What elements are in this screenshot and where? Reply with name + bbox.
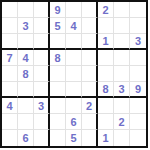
cell-r1c2[interactable] bbox=[18, 2, 34, 18]
cell-r2c1[interactable] bbox=[2, 18, 18, 34]
cell-r1c5[interactable] bbox=[66, 2, 82, 18]
cell-r6c1[interactable] bbox=[2, 82, 18, 98]
cell-r5c1[interactable] bbox=[2, 66, 18, 82]
cell-r3c7: 1 bbox=[98, 34, 114, 50]
cell-r1c4: 9 bbox=[50, 2, 66, 18]
cell-r8c8: 2 bbox=[114, 114, 130, 130]
cell-r9c7: 1 bbox=[98, 130, 114, 146]
cell-r2c8[interactable] bbox=[114, 18, 130, 34]
cell-r6c7: 8 bbox=[98, 82, 114, 98]
cell-r9c1[interactable] bbox=[2, 130, 18, 146]
cell-r7c5[interactable] bbox=[66, 98, 82, 114]
cell-r6c4[interactable] bbox=[50, 82, 66, 98]
cell-r8c5: 6 bbox=[66, 114, 82, 130]
cell-r1c9[interactable] bbox=[130, 2, 146, 18]
cell-r3c9: 3 bbox=[130, 34, 146, 50]
cell-r7c7[interactable] bbox=[98, 98, 114, 114]
cell-r2c3[interactable] bbox=[34, 18, 50, 34]
cell-r7c6: 2 bbox=[82, 98, 98, 114]
cell-r4c9[interactable] bbox=[130, 50, 146, 66]
cell-r1c1[interactable] bbox=[2, 2, 18, 18]
cell-r6c2[interactable] bbox=[18, 82, 34, 98]
cell-r7c9[interactable] bbox=[130, 98, 146, 114]
cell-r3c1[interactable] bbox=[2, 34, 18, 50]
cell-r1c8[interactable] bbox=[114, 2, 130, 18]
cell-r5c6[interactable] bbox=[82, 66, 98, 82]
cell-r7c4[interactable] bbox=[50, 98, 66, 114]
cell-r5c5[interactable] bbox=[66, 66, 82, 82]
cell-r6c9: 9 bbox=[130, 82, 146, 98]
cell-r9c4[interactable] bbox=[50, 130, 66, 146]
cell-r4c6[interactable] bbox=[82, 50, 98, 66]
cell-r6c3[interactable] bbox=[34, 82, 50, 98]
cell-r1c6[interactable] bbox=[82, 2, 98, 18]
cell-r4c3[interactable] bbox=[34, 50, 50, 66]
cell-r7c3: 3 bbox=[34, 98, 50, 114]
cell-r8c9[interactable] bbox=[130, 114, 146, 130]
cell-r7c8[interactable] bbox=[114, 98, 130, 114]
cell-r1c7: 2 bbox=[98, 2, 114, 18]
cell-r7c1: 4 bbox=[2, 98, 18, 114]
cell-r8c2[interactable] bbox=[18, 114, 34, 130]
cell-r9c8[interactable] bbox=[114, 130, 130, 146]
cell-r3c3[interactable] bbox=[34, 34, 50, 50]
cell-r6c5[interactable] bbox=[66, 82, 82, 98]
cell-r3c8[interactable] bbox=[114, 34, 130, 50]
cell-r8c4[interactable] bbox=[50, 114, 66, 130]
cell-r8c7[interactable] bbox=[98, 114, 114, 130]
cell-r4c5[interactable] bbox=[66, 50, 82, 66]
cell-r2c2: 3 bbox=[18, 18, 34, 34]
cell-r8c3[interactable] bbox=[34, 114, 50, 130]
cell-r6c8: 3 bbox=[114, 82, 130, 98]
cell-r6c6[interactable] bbox=[82, 82, 98, 98]
cell-r4c8[interactable] bbox=[114, 50, 130, 66]
cell-r3c4[interactable] bbox=[50, 34, 66, 50]
cell-r9c6[interactable] bbox=[82, 130, 98, 146]
cell-r8c6[interactable] bbox=[82, 114, 98, 130]
cell-r3c6[interactable] bbox=[82, 34, 98, 50]
cell-r1c3[interactable] bbox=[34, 2, 50, 18]
cell-r3c2[interactable] bbox=[18, 34, 34, 50]
cell-r9c3[interactable] bbox=[34, 130, 50, 146]
cell-r5c4[interactable] bbox=[50, 66, 66, 82]
cell-r4c1: 7 bbox=[2, 50, 18, 66]
cell-r5c7[interactable] bbox=[98, 66, 114, 82]
cell-r2c6[interactable] bbox=[82, 18, 98, 34]
sudoku-board: 9235413748883943262651 bbox=[0, 0, 148, 148]
cell-r3c5[interactable] bbox=[66, 34, 82, 50]
cell-r4c4: 8 bbox=[50, 50, 66, 66]
cell-r5c8[interactable] bbox=[114, 66, 130, 82]
cell-r4c2: 4 bbox=[18, 50, 34, 66]
cell-r2c4: 5 bbox=[50, 18, 66, 34]
cell-r2c9[interactable] bbox=[130, 18, 146, 34]
cell-r7c2[interactable] bbox=[18, 98, 34, 114]
cell-r4c7[interactable] bbox=[98, 50, 114, 66]
cell-r5c2: 8 bbox=[18, 66, 34, 82]
cell-r9c2: 6 bbox=[18, 130, 34, 146]
cell-r9c5: 5 bbox=[66, 130, 82, 146]
cell-r5c3[interactable] bbox=[34, 66, 50, 82]
cell-r5c9[interactable] bbox=[130, 66, 146, 82]
cell-r2c7[interactable] bbox=[98, 18, 114, 34]
cell-r2c5: 4 bbox=[66, 18, 82, 34]
cell-r8c1[interactable] bbox=[2, 114, 18, 130]
cell-r9c9 bbox=[130, 130, 146, 146]
